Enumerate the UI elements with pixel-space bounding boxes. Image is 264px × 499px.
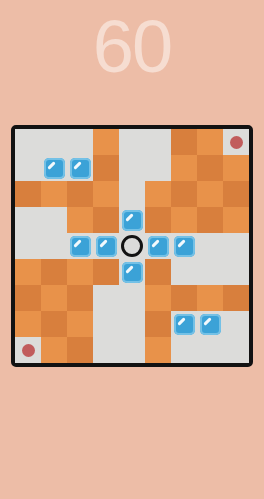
cell-r0c1 [41, 129, 67, 155]
cell-r7c6 [171, 311, 197, 337]
ice-block[interactable] [200, 314, 221, 335]
cell-r8c2 [67, 337, 93, 363]
cell-r5c4 [119, 259, 145, 285]
cell-r8c6 [171, 337, 197, 363]
ice-block[interactable] [70, 236, 91, 257]
cell-r1c8 [223, 155, 249, 181]
ice-block[interactable] [70, 158, 91, 179]
cell-r1c7 [197, 155, 223, 181]
cell-r7c2 [67, 311, 93, 337]
ice-block[interactable] [96, 236, 117, 257]
cell-r6c3 [93, 285, 119, 311]
cell-r6c8 [223, 285, 249, 311]
cell-r5c8 [223, 259, 249, 285]
cell-r5c3 [93, 259, 119, 285]
cell-r1c0 [15, 155, 41, 181]
cell-r3c8 [223, 207, 249, 233]
cell-r8c5 [145, 337, 171, 363]
cell-r6c4 [119, 285, 145, 311]
cell-r3c4 [119, 207, 145, 233]
cell-r0c3 [93, 129, 119, 155]
cell-r2c0 [15, 181, 41, 207]
ice-block[interactable] [44, 158, 65, 179]
cell-r6c1 [41, 285, 67, 311]
cell-r3c5 [145, 207, 171, 233]
cell-r0c2 [67, 129, 93, 155]
cell-r2c6 [171, 181, 197, 207]
cell-r2c1 [41, 181, 67, 207]
cell-r1c3 [93, 155, 119, 181]
cell-r1c2 [67, 155, 93, 181]
ice-block[interactable] [174, 314, 195, 335]
cell-r6c2 [67, 285, 93, 311]
cell-r8c1 [41, 337, 67, 363]
cell-r5c1 [41, 259, 67, 285]
cell-r0c8 [223, 129, 249, 155]
cell-r1c4 [119, 155, 145, 181]
cell-r2c3 [93, 181, 119, 207]
cell-r1c1 [41, 155, 67, 181]
cell-r8c0 [15, 337, 41, 363]
cell-r5c0 [15, 259, 41, 285]
cell-r2c2 [67, 181, 93, 207]
cell-r8c4 [119, 337, 145, 363]
cell-r0c7 [197, 129, 223, 155]
cell-r0c5 [145, 129, 171, 155]
cell-r4c6 [171, 233, 197, 259]
cell-r5c5 [145, 259, 171, 285]
cell-r3c7 [197, 207, 223, 233]
cell-r5c7 [197, 259, 223, 285]
cell-r7c0 [15, 311, 41, 337]
cell-r8c8 [223, 337, 249, 363]
cell-r7c8 [223, 311, 249, 337]
cell-r2c4 [119, 181, 145, 207]
cell-r3c2 [67, 207, 93, 233]
target-circle[interactable] [121, 235, 143, 257]
cell-r3c1 [41, 207, 67, 233]
game-board[interactable] [11, 125, 253, 367]
ice-block[interactable] [148, 236, 169, 257]
game-screen: 60 [0, 0, 264, 499]
cell-r6c0 [15, 285, 41, 311]
cell-r4c1 [41, 233, 67, 259]
cell-r2c8 [223, 181, 249, 207]
cell-r4c4 [119, 233, 145, 259]
cell-r1c5 [145, 155, 171, 181]
cell-r0c4 [119, 129, 145, 155]
red-dot [230, 136, 243, 149]
cell-r8c7 [197, 337, 223, 363]
cell-r1c6 [171, 155, 197, 181]
cell-r3c3 [93, 207, 119, 233]
cell-r5c2 [67, 259, 93, 285]
cell-r7c3 [93, 311, 119, 337]
cell-r6c7 [197, 285, 223, 311]
cell-r4c2 [67, 233, 93, 259]
red-dot [22, 344, 35, 357]
cell-r4c0 [15, 233, 41, 259]
ice-block[interactable] [122, 262, 143, 283]
cell-r6c6 [171, 285, 197, 311]
cell-r0c0 [15, 129, 41, 155]
cell-r4c7 [197, 233, 223, 259]
cell-r4c3 [93, 233, 119, 259]
cell-r4c5 [145, 233, 171, 259]
cell-r7c4 [119, 311, 145, 337]
cell-r7c5 [145, 311, 171, 337]
cell-r0c6 [171, 129, 197, 155]
cell-r2c7 [197, 181, 223, 207]
cell-r8c3 [93, 337, 119, 363]
ice-block[interactable] [122, 210, 143, 231]
cell-r5c6 [171, 259, 197, 285]
cell-r7c1 [41, 311, 67, 337]
cell-r4c8 [223, 233, 249, 259]
cell-r3c6 [171, 207, 197, 233]
cell-r3c0 [15, 207, 41, 233]
cell-r2c5 [145, 181, 171, 207]
move-counter: 60 [0, 4, 264, 89]
cell-r7c7 [197, 311, 223, 337]
cell-r6c5 [145, 285, 171, 311]
ice-block[interactable] [174, 236, 195, 257]
